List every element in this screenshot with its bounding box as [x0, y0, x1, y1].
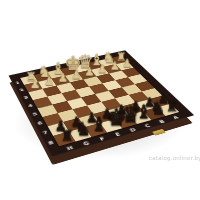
white-king-e1: ♚ [64, 54, 78, 74]
square-g5 [52, 101, 72, 113]
square-g4 [47, 93, 67, 104]
product-photo: 12345678 HGFEDCBA ♜♞♝♚♛♝♞♜♟♟♟♟♟♟♟♟♟♟♟♟♟♟… [0, 0, 200, 200]
watermark-text: catalog.onliner.by [149, 155, 200, 161]
black-rook-a8: ♜ [164, 100, 180, 114]
white-rook-a1: ♜ [114, 51, 127, 63]
